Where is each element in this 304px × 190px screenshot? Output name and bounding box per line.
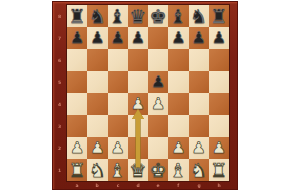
file-label-f: f	[171, 182, 186, 189]
black-queen-d8[interactable]: ♛	[128, 5, 148, 27]
square-g2[interactable]: ♟	[189, 137, 209, 159]
square-g7[interactable]: ♟	[189, 27, 209, 49]
square-e4[interactable]: ♟	[148, 93, 168, 115]
square-e6[interactable]	[148, 49, 168, 71]
square-g5[interactable]	[189, 71, 209, 93]
black-pawn-f7[interactable]: ♟	[168, 27, 188, 49]
square-c1[interactable]: ♝	[108, 159, 128, 181]
square-h2[interactable]: ♟	[209, 137, 229, 159]
black-pawn-h7[interactable]: ♟	[209, 27, 229, 49]
white-pawn-f2[interactable]: ♟	[168, 137, 188, 159]
square-f4[interactable]	[168, 93, 188, 115]
square-b5[interactable]	[87, 71, 107, 93]
square-b6[interactable]	[87, 49, 107, 71]
rank-label-5: 5	[55, 79, 63, 85]
rank-label-1: 1	[55, 167, 63, 173]
white-bishop-f1[interactable]: ♝	[168, 159, 188, 181]
white-pawn-b2[interactable]: ♟	[87, 137, 107, 159]
black-pawn-e5[interactable]: ♟	[148, 71, 168, 93]
square-a6[interactable]	[67, 49, 87, 71]
square-h5[interactable]	[209, 71, 229, 93]
square-h7[interactable]: ♟	[209, 27, 229, 49]
square-b8[interactable]: ♞	[87, 5, 107, 27]
square-c8[interactable]: ♝	[108, 5, 128, 27]
black-bishop-f8[interactable]: ♝	[168, 5, 188, 27]
rank-label-8: 8	[55, 13, 63, 19]
white-king-e1[interactable]: ♚	[148, 159, 168, 181]
white-knight-g1[interactable]: ♞	[189, 159, 209, 181]
square-c7[interactable]: ♟	[108, 27, 128, 49]
square-a1[interactable]: ♜	[67, 159, 87, 181]
rank-label-3: 3	[55, 123, 63, 129]
square-a4[interactable]	[67, 93, 87, 115]
square-g6[interactable]	[189, 49, 209, 71]
white-pawn-a2[interactable]: ♟	[67, 137, 87, 159]
square-a5[interactable]	[67, 71, 87, 93]
square-d7[interactable]: ♟	[128, 27, 148, 49]
square-a3[interactable]	[67, 115, 87, 137]
black-rook-a8[interactable]: ♜	[67, 5, 87, 27]
rank-label-2: 2	[55, 145, 63, 151]
black-pawn-b7[interactable]: ♟	[87, 27, 107, 49]
black-knight-b8[interactable]: ♞	[87, 5, 107, 27]
square-g1[interactable]: ♞	[189, 159, 209, 181]
white-rook-a1[interactable]: ♜	[67, 159, 87, 181]
rank-label-6: 6	[55, 57, 63, 63]
file-label-h: h	[211, 182, 226, 189]
file-label-c: c	[110, 182, 125, 189]
file-label-g: g	[191, 182, 206, 189]
file-label-d: d	[130, 182, 145, 189]
square-f6[interactable]	[168, 49, 188, 71]
square-b4[interactable]	[87, 93, 107, 115]
file-label-b: b	[90, 182, 105, 189]
rank-label-7: 7	[55, 35, 63, 41]
square-b7[interactable]: ♟	[87, 27, 107, 49]
square-f7[interactable]: ♟	[168, 27, 188, 49]
square-h6[interactable]	[209, 49, 229, 71]
black-rook-h8[interactable]: ♜	[209, 5, 229, 27]
chess-board-frame: ♜♞♝♛♚♝♞♜♟♟♟♟♟♟♟♟♟♟♟♟♟♟♟♟♜♞♝♛♚♝♞♜ 8765432…	[52, 1, 238, 190]
square-g3[interactable]	[189, 115, 209, 137]
square-e1[interactable]: ♚	[148, 159, 168, 181]
square-f2[interactable]: ♟	[168, 137, 188, 159]
square-f8[interactable]: ♝	[168, 5, 188, 27]
black-pawn-a7[interactable]: ♟	[67, 27, 87, 49]
square-a7[interactable]: ♟	[67, 27, 87, 49]
last-move-arrow	[136, 118, 140, 167]
black-knight-g8[interactable]: ♞	[189, 5, 209, 27]
square-c4[interactable]	[108, 93, 128, 115]
square-b2[interactable]: ♟	[87, 137, 107, 159]
square-c3[interactable]	[108, 115, 128, 137]
chess-board[interactable]: ♜♞♝♛♚♝♞♜♟♟♟♟♟♟♟♟♟♟♟♟♟♟♟♟♜♞♝♛♚♝♞♜	[67, 5, 229, 181]
black-bishop-c8[interactable]: ♝	[108, 5, 128, 27]
square-e8[interactable]: ♚	[148, 5, 168, 27]
square-f1[interactable]: ♝	[168, 159, 188, 181]
square-a2[interactable]: ♟	[67, 137, 87, 159]
black-pawn-d7[interactable]: ♟	[128, 27, 148, 49]
file-label-e: e	[151, 182, 166, 189]
white-pawn-h2[interactable]: ♟	[209, 137, 229, 159]
black-king-e8[interactable]: ♚	[148, 5, 168, 27]
square-f3[interactable]	[168, 115, 188, 137]
white-bishop-c1[interactable]: ♝	[108, 159, 128, 181]
square-e7[interactable]	[148, 27, 168, 49]
white-pawn-c2[interactable]: ♟	[108, 137, 128, 159]
rank-label-4: 4	[55, 101, 63, 107]
white-rook-h1[interactable]: ♜	[209, 159, 229, 181]
white-pawn-e4[interactable]: ♟	[148, 93, 168, 115]
square-a8[interactable]: ♜	[67, 5, 87, 27]
square-e5[interactable]: ♟	[148, 71, 168, 93]
black-pawn-c7[interactable]: ♟	[108, 27, 128, 49]
file-label-a: a	[70, 182, 85, 189]
square-f5[interactable]	[168, 71, 188, 93]
square-b1[interactable]: ♞	[87, 159, 107, 181]
square-h4[interactable]	[209, 93, 229, 115]
screenshot-stage: ♜♞♝♛♚♝♞♜♟♟♟♟♟♟♟♟♟♟♟♟♟♟♟♟♜♞♝♛♚♝♞♜ 8765432…	[0, 0, 304, 190]
square-h1[interactable]: ♜	[209, 159, 229, 181]
square-c6[interactable]	[108, 49, 128, 71]
square-d5[interactable]	[128, 71, 148, 93]
square-h3[interactable]	[209, 115, 229, 137]
white-pawn-g2[interactable]: ♟	[189, 137, 209, 159]
square-h8[interactable]: ♜	[209, 5, 229, 27]
square-d8[interactable]: ♛	[128, 5, 148, 27]
last-move-arrow-head	[132, 109, 144, 119]
square-b3[interactable]	[87, 115, 107, 137]
white-knight-b1[interactable]: ♞	[87, 159, 107, 181]
square-c5[interactable]	[108, 71, 128, 93]
square-e2[interactable]	[148, 137, 168, 159]
square-e3[interactable]	[148, 115, 168, 137]
square-d6[interactable]	[128, 49, 148, 71]
square-g8[interactable]: ♞	[189, 5, 209, 27]
square-g4[interactable]	[189, 93, 209, 115]
black-pawn-g7[interactable]: ♟	[189, 27, 209, 49]
square-c2[interactable]: ♟	[108, 137, 128, 159]
